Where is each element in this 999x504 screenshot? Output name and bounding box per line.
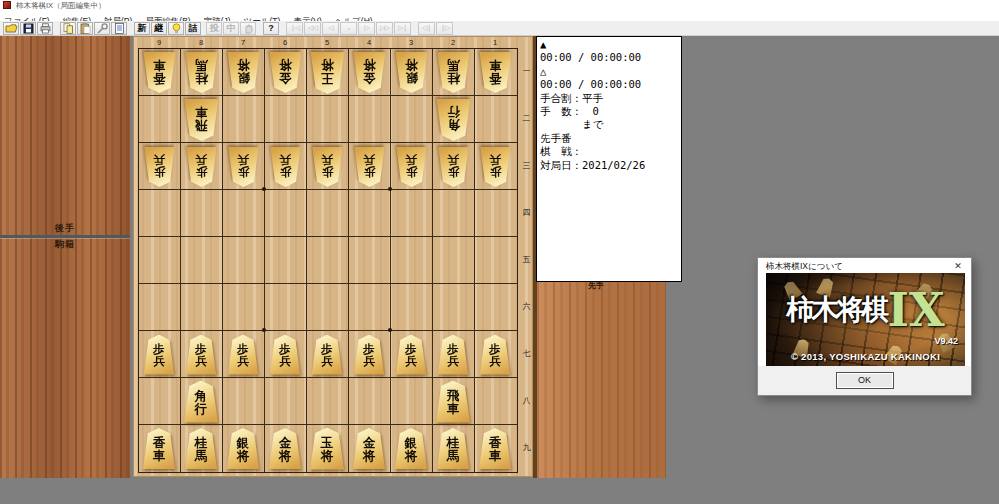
piece-gote-歩兵-7-3[interactable]: 歩兵 xyxy=(227,147,260,187)
square-7-4[interactable] xyxy=(223,190,265,237)
rank-label-3: 三 xyxy=(520,142,533,189)
square-7-6[interactable] xyxy=(223,284,265,331)
square-6-4[interactable] xyxy=(265,190,307,237)
splash-image: 柿木将棋 IX V9.42 © 2013, YOSHIKAZU KAKINOKI xyxy=(766,273,965,367)
dialog-footer: OK xyxy=(758,366,971,395)
square-1-2[interactable] xyxy=(475,96,517,143)
piece-gote-飛車-8-2[interactable]: 飛車 xyxy=(183,99,220,141)
piece-sente-歩兵-8-7[interactable]: 歩兵 xyxy=(185,335,218,375)
square-4-8[interactable] xyxy=(349,378,391,425)
piece-gote-桂馬-2-1[interactable]: 桂馬 xyxy=(436,52,471,93)
piece-sente-歩兵-9-7[interactable]: 歩兵 xyxy=(143,335,176,375)
piece-sente-桂馬-8-9[interactable]: 桂馬 xyxy=(184,428,219,469)
square-4-5[interactable] xyxy=(349,237,391,284)
file-label-6: 6 xyxy=(264,37,306,48)
app-window: 柿木将棋IX（局面編集中） ファイル(F)編集(E)対局(P)局面編集(B)定跡… xyxy=(0,0,999,504)
nav-button-5[interactable]: ▷▷ xyxy=(376,22,393,35)
piece-gote-歩兵-4-3[interactable]: 歩兵 xyxy=(353,147,386,187)
rank-label-7: 七 xyxy=(520,330,533,377)
info-line-6: まで xyxy=(540,118,678,131)
hoshi-dot xyxy=(262,187,266,191)
piece-box-label: 駒箱 xyxy=(0,238,130,251)
interrupt-button[interactable]: 中 xyxy=(223,22,239,35)
piece-sente-銀将-3-9[interactable]: 銀将 xyxy=(394,428,429,469)
piece-sente-歩兵-7-7[interactable]: 歩兵 xyxy=(227,335,260,375)
info-line-5: 手 数： 0 xyxy=(540,105,678,118)
square-9-4[interactable] xyxy=(139,190,181,237)
file-labels: 987654321 xyxy=(138,37,516,48)
piece-sente-歩兵-3-7[interactable]: 歩兵 xyxy=(395,335,428,375)
info-line-3: 00:00 / 00:00:00 xyxy=(540,78,678,91)
info-line-8: 棋 戦： xyxy=(540,145,678,158)
piece-gote-歩兵-5-3[interactable]: 歩兵 xyxy=(311,147,344,187)
rank-label-1: 一 xyxy=(520,48,533,95)
continue-game-button[interactable]: 継 xyxy=(151,22,167,35)
copy-button[interactable] xyxy=(60,22,76,35)
square-4-2[interactable] xyxy=(349,96,391,143)
piece-gote-銀将-7-1[interactable]: 銀将 xyxy=(226,52,261,93)
square-3-4[interactable] xyxy=(391,190,433,237)
rank-label-2: 二 xyxy=(520,95,533,142)
square-1-4[interactable] xyxy=(475,190,517,237)
info-line-2: △ xyxy=(540,65,678,78)
piece-gote-角行-2-2[interactable]: 角行 xyxy=(435,99,472,141)
square-1-8[interactable] xyxy=(475,378,517,425)
square-7-2[interactable] xyxy=(223,96,265,143)
info-line-9: 対局日：2021/02/26 xyxy=(540,159,678,172)
piece-gote-歩兵-1-3[interactable]: 歩兵 xyxy=(479,147,512,187)
piece-gote-銀将-3-1[interactable]: 銀将 xyxy=(394,52,429,93)
square-5-4[interactable] xyxy=(307,190,349,237)
rank-labels: 一二三四五六七八九 xyxy=(520,48,533,471)
piece-sente-香車-9-9[interactable]: 香車 xyxy=(142,428,177,469)
info-line-7: 先手番 xyxy=(540,132,678,145)
rank-label-4: 四 xyxy=(520,189,533,236)
file-label-9: 9 xyxy=(138,37,180,48)
info-line-1: 00:00 / 00:00:00 xyxy=(540,51,678,64)
save-button[interactable] xyxy=(20,22,36,35)
square-4-6[interactable] xyxy=(349,284,391,331)
piece-sente-歩兵-1-7[interactable]: 歩兵 xyxy=(479,335,512,375)
file-label-1: 1 xyxy=(474,37,516,48)
nav-button-1[interactable]: ◁◁ xyxy=(304,22,321,35)
dialog-title: 柿木将棋IXについて xyxy=(758,258,971,274)
rank-label-6: 六 xyxy=(520,283,533,330)
app-icon xyxy=(3,1,11,9)
rank-label-8: 八 xyxy=(520,377,533,424)
square-7-5[interactable] xyxy=(223,237,265,284)
wait-button[interactable] xyxy=(240,22,256,35)
square-3-8[interactable] xyxy=(391,378,433,425)
nav-button-0[interactable]: ❘◁ xyxy=(286,22,303,35)
square-2-4[interactable] xyxy=(433,190,475,237)
piece-sente-飛車-2-8[interactable]: 飛車 xyxy=(435,381,472,423)
piece-gote-歩兵-9-3[interactable]: 歩兵 xyxy=(143,147,176,187)
piece-gote-歩兵-2-3[interactable]: 歩兵 xyxy=(437,147,470,187)
piece-sente-桂馬-2-9[interactable]: 桂馬 xyxy=(436,428,471,469)
nav-button-3[interactable]: ▫ xyxy=(340,22,357,35)
square-6-5[interactable] xyxy=(265,237,307,284)
piece-sente-歩兵-2-7[interactable]: 歩兵 xyxy=(437,335,470,375)
file-label-8: 8 xyxy=(180,37,222,48)
file-label-7: 7 xyxy=(222,37,264,48)
help-button[interactable]: ? xyxy=(263,22,279,35)
splash-title-ix: IX xyxy=(887,292,944,329)
close-icon[interactable]: ✕ xyxy=(945,258,971,274)
piece-gote-桂馬-8-1[interactable]: 桂馬 xyxy=(184,52,219,93)
square-3-5[interactable] xyxy=(391,237,433,284)
nav-button-4[interactable]: ▷ xyxy=(358,22,375,35)
ok-button[interactable]: OK xyxy=(836,372,894,389)
nav-button-6[interactable]: ▷❘ xyxy=(394,22,411,35)
paste-button[interactable] xyxy=(77,22,93,35)
square-8-4[interactable] xyxy=(181,190,223,237)
piece-sente-歩兵-6-7[interactable]: 歩兵 xyxy=(269,335,302,375)
square-5-6[interactable] xyxy=(307,284,349,331)
info-line-0: ▲ xyxy=(540,38,678,51)
new-game-button[interactable]: 新 xyxy=(134,22,150,35)
title-bar: 柿木将棋IX（局面編集中） xyxy=(0,0,999,10)
square-6-2[interactable] xyxy=(265,96,307,143)
nav-jump-button-0[interactable]: ◁❘ xyxy=(418,22,435,35)
piece-gote-歩兵-6-3[interactable]: 歩兵 xyxy=(269,147,302,187)
piece-gote-王将-5-1[interactable]: 王将 xyxy=(309,52,346,94)
hoshi-dot xyxy=(262,328,266,332)
square-9-8[interactable] xyxy=(139,378,181,425)
square-6-6[interactable] xyxy=(265,284,307,331)
splash-title-jp: 柿木将棋 xyxy=(786,291,886,329)
square-9-5[interactable] xyxy=(139,237,181,284)
rank-label-9: 九 xyxy=(520,424,533,471)
resign-button[interactable]: 投 xyxy=(206,22,222,35)
nav-button-2[interactable]: ◁ xyxy=(322,22,339,35)
square-2-6[interactable] xyxy=(433,284,475,331)
piece-sente-金将-6-9[interactable]: 金将 xyxy=(268,428,303,469)
square-6-8[interactable] xyxy=(265,378,307,425)
game-info-panel: ▲00:00 / 00:00:00△00:00 / 00:00:00手合割：平手… xyxy=(536,36,682,282)
shogi-board[interactable]: 987654321 一二三四五六七八九 香車桂馬銀将金将王将金将銀将桂馬香車飛車… xyxy=(133,36,533,477)
piece-sente-香車-1-9[interactable]: 香車 xyxy=(478,428,513,469)
square-9-2[interactable] xyxy=(139,96,181,143)
version-label: V9.42 xyxy=(934,336,958,346)
file-label-5: 5 xyxy=(306,37,348,48)
square-5-8[interactable] xyxy=(307,378,349,425)
rank-label-5: 五 xyxy=(520,236,533,283)
hint-button[interactable] xyxy=(168,22,184,35)
copyright-label: © 2013, YOSHIKAZU KAKINOKI xyxy=(766,351,965,362)
piece-sente-歩兵-5-7[interactable]: 歩兵 xyxy=(311,335,344,375)
toolbar: 新継詰投中?❘◁◁◁◁▫▷▷▷▷❘◁❘❘▷ xyxy=(0,21,999,36)
square-1-5[interactable] xyxy=(475,237,517,284)
square-7-8[interactable] xyxy=(223,378,265,425)
piece-gote-香車-9-1[interactable]: 香車 xyxy=(142,52,177,93)
info-line-4: 手合割：平手 xyxy=(540,92,678,105)
nav-jump-button-1[interactable]: ❘▷ xyxy=(436,22,453,35)
square-8-5[interactable] xyxy=(181,237,223,284)
square-2-5[interactable] xyxy=(433,237,475,284)
square-8-6[interactable] xyxy=(181,284,223,331)
piece-gote-歩兵-3-3[interactable]: 歩兵 xyxy=(395,147,428,187)
piece-sente-銀将-7-9[interactable]: 銀将 xyxy=(226,428,261,469)
square-5-2[interactable] xyxy=(307,96,349,143)
hoshi-dot xyxy=(388,187,392,191)
square-4-4[interactable] xyxy=(349,190,391,237)
piece-gote-香車-1-1[interactable]: 香車 xyxy=(478,52,513,93)
file-label-3: 3 xyxy=(390,37,432,48)
list-button[interactable] xyxy=(111,22,127,35)
square-9-6[interactable] xyxy=(139,284,181,331)
piece-sente-玉将-5-9[interactable]: 玉将 xyxy=(309,428,346,470)
piece-sente-角行-8-8[interactable]: 角行 xyxy=(183,381,220,423)
square-3-2[interactable] xyxy=(391,96,433,143)
print-button[interactable] xyxy=(37,22,53,35)
square-3-6[interactable] xyxy=(391,284,433,331)
open-button[interactable] xyxy=(3,22,19,35)
about-dialog: 柿木将棋IXについて ✕ 柿木将棋 IX V9.42 © 2013, YOSHI… xyxy=(757,257,972,396)
piece-sente-金将-4-9[interactable]: 金将 xyxy=(352,428,387,469)
tsume-button[interactable]: 詰 xyxy=(185,22,201,35)
piece-sente-歩兵-4-7[interactable]: 歩兵 xyxy=(353,335,386,375)
file-label-2: 2 xyxy=(432,37,474,48)
gote-komadai-panel: 後手 駒箱 xyxy=(0,36,130,478)
piece-gote-金将-4-1[interactable]: 金将 xyxy=(352,52,387,93)
file-label-4: 4 xyxy=(348,37,390,48)
gote-label: 後手 xyxy=(0,222,130,235)
piece-gote-金将-6-1[interactable]: 金将 xyxy=(268,52,303,93)
square-1-6[interactable] xyxy=(475,284,517,331)
square-5-5[interactable] xyxy=(307,237,349,284)
hoshi-dot xyxy=(388,328,392,332)
edit-tool-button[interactable] xyxy=(94,22,110,35)
menu-bar: ファイル(F)編集(E)対局(P)局面編集(B)定跡(J)ツール(T)表示(V)… xyxy=(0,10,999,21)
piece-gote-歩兵-8-3[interactable]: 歩兵 xyxy=(185,147,218,187)
